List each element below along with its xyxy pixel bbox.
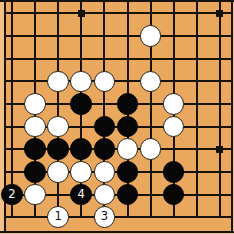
white-stone[interactable] xyxy=(140,138,162,160)
stones-layer: 2413 xyxy=(0,2,231,229)
frame-bottom xyxy=(0,231,234,233)
black-stone[interactable] xyxy=(163,184,185,206)
white-stone[interactable] xyxy=(47,71,69,93)
white-stone[interactable] xyxy=(47,161,69,183)
black-stone[interactable] xyxy=(94,116,116,138)
bottom-outer-margin xyxy=(0,233,234,234)
black-stone[interactable] xyxy=(117,161,139,183)
white-stone[interactable] xyxy=(117,138,139,160)
black-stone-move-4[interactable]: 4 xyxy=(70,184,92,206)
black-stone[interactable] xyxy=(70,93,92,115)
black-stone[interactable] xyxy=(24,161,46,183)
black-stone[interactable] xyxy=(24,138,46,160)
white-stone[interactable] xyxy=(24,93,46,115)
white-stone[interactable] xyxy=(70,161,92,183)
black-stone[interactable] xyxy=(163,161,185,183)
black-stone[interactable] xyxy=(47,138,69,160)
white-stone[interactable] xyxy=(140,25,162,47)
white-stone[interactable] xyxy=(94,161,116,183)
right-outer-margin xyxy=(233,0,234,234)
white-stone[interactable] xyxy=(163,116,185,138)
black-stone[interactable] xyxy=(117,116,139,138)
black-stone[interactable] xyxy=(70,138,92,160)
black-stone[interactable] xyxy=(117,184,139,206)
white-stone[interactable] xyxy=(70,71,92,93)
go-board-diagram: 2413 xyxy=(0,0,234,234)
black-stone-move-2[interactable]: 2 xyxy=(1,184,23,206)
white-stone-move-3[interactable]: 3 xyxy=(94,206,116,228)
white-stone[interactable] xyxy=(94,71,116,93)
white-stone[interactable] xyxy=(24,184,46,206)
white-stone[interactable] xyxy=(94,184,116,206)
black-stone[interactable] xyxy=(94,138,116,160)
white-stone[interactable] xyxy=(24,116,46,138)
white-stone[interactable] xyxy=(140,71,162,93)
white-stone-move-1[interactable]: 1 xyxy=(47,206,69,228)
white-stone[interactable] xyxy=(47,116,69,138)
white-stone[interactable] xyxy=(163,93,185,115)
black-stone[interactable] xyxy=(117,93,139,115)
